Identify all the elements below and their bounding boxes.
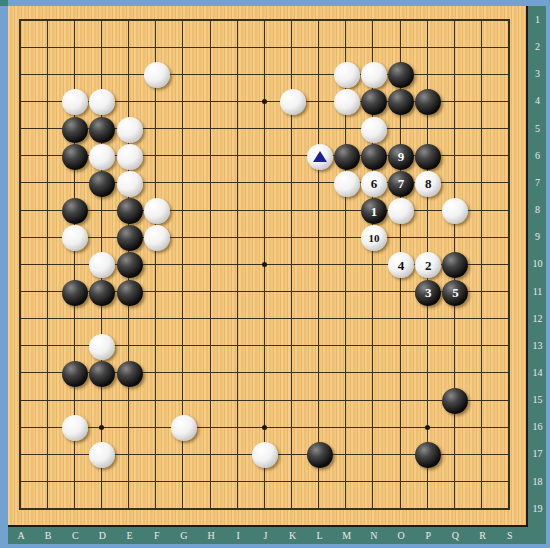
stone-black-N6 bbox=[361, 144, 387, 170]
move-number-8: 8 bbox=[425, 177, 432, 190]
stone-white-D6 bbox=[89, 144, 115, 170]
stone-black-L17 bbox=[307, 442, 333, 468]
stone-white-C4 bbox=[62, 89, 88, 115]
stone-black-N8: 1 bbox=[361, 198, 387, 224]
stone-black-E9 bbox=[117, 225, 143, 251]
grid-line-vertical bbox=[508, 19, 510, 510]
stone-white-P10: 2 bbox=[415, 252, 441, 278]
stone-black-P11: 3 bbox=[415, 280, 441, 306]
stone-white-D17 bbox=[89, 442, 115, 468]
grid-line-horizontal bbox=[19, 508, 510, 510]
stone-black-P17 bbox=[415, 442, 441, 468]
move-number-2: 2 bbox=[425, 259, 432, 272]
goban[interactable]: 96781104235 bbox=[8, 6, 528, 527]
board-panel: 96781104235 bbox=[8, 6, 546, 544]
stone-white-C16 bbox=[62, 415, 88, 441]
stone-black-N4 bbox=[361, 89, 387, 115]
stone-black-D7 bbox=[89, 171, 115, 197]
stone-white-E7 bbox=[117, 171, 143, 197]
corner-chip bbox=[0, 0, 8, 6]
stone-black-P6 bbox=[415, 144, 441, 170]
stone-white-M3 bbox=[334, 62, 360, 88]
stone-white-O10: 4 bbox=[388, 252, 414, 278]
move-number-7: 7 bbox=[398, 177, 405, 190]
stone-white-J17 bbox=[252, 442, 278, 468]
stone-black-Q11: 5 bbox=[442, 280, 468, 306]
stone-black-O7: 7 bbox=[388, 171, 414, 197]
stone-white-E5 bbox=[117, 117, 143, 143]
app-window: 96781104235 ABCDEFGHIJKLMNOPQRS123456789… bbox=[0, 0, 550, 548]
stone-white-D10 bbox=[89, 252, 115, 278]
stone-black-C6 bbox=[62, 144, 88, 170]
stone-white-O8 bbox=[388, 198, 414, 224]
grid-line-vertical bbox=[481, 19, 482, 510]
stone-white-E6 bbox=[117, 144, 143, 170]
star-point-J16 bbox=[262, 425, 267, 430]
stone-black-M6 bbox=[334, 144, 360, 170]
stone-black-C11 bbox=[62, 280, 88, 306]
star-point-P16 bbox=[425, 425, 430, 430]
stone-black-E14 bbox=[117, 361, 143, 387]
triangle-mark-icon bbox=[313, 151, 327, 162]
stone-black-E10 bbox=[117, 252, 143, 278]
grid-line-vertical bbox=[318, 19, 319, 510]
move-number-9: 9 bbox=[398, 150, 405, 163]
grid-line-horizontal bbox=[19, 318, 510, 319]
move-number-10: 10 bbox=[368, 233, 379, 244]
star-point-J4 bbox=[262, 99, 267, 104]
stone-black-E11 bbox=[117, 280, 143, 306]
stone-white-D4 bbox=[89, 89, 115, 115]
stone-white-G16 bbox=[171, 415, 197, 441]
stone-black-C14 bbox=[62, 361, 88, 387]
stone-white-F3 bbox=[144, 62, 170, 88]
stone-black-P4 bbox=[415, 89, 441, 115]
stone-white-M4 bbox=[334, 89, 360, 115]
stone-white-N7: 6 bbox=[361, 171, 387, 197]
move-number-6: 6 bbox=[371, 177, 378, 190]
stone-black-Q15 bbox=[442, 388, 468, 414]
stone-white-P7: 8 bbox=[415, 171, 441, 197]
stone-white-F9 bbox=[144, 225, 170, 251]
stone-white-Q8 bbox=[442, 198, 468, 224]
stone-black-E8 bbox=[117, 198, 143, 224]
stone-white-N5 bbox=[361, 117, 387, 143]
stone-white-C9 bbox=[62, 225, 88, 251]
stone-black-D5 bbox=[89, 117, 115, 143]
stone-black-O3 bbox=[388, 62, 414, 88]
stone-black-C8 bbox=[62, 198, 88, 224]
stone-black-O6: 9 bbox=[388, 144, 414, 170]
move-number-4: 4 bbox=[398, 259, 405, 272]
stone-black-Q10 bbox=[442, 252, 468, 278]
stone-black-O4 bbox=[388, 89, 414, 115]
move-number-5: 5 bbox=[452, 286, 459, 299]
grid-line-horizontal bbox=[19, 400, 510, 401]
stone-white-M7 bbox=[334, 171, 360, 197]
move-number-1: 1 bbox=[371, 205, 378, 218]
stone-white-N9: 10 bbox=[361, 225, 387, 251]
move-number-3: 3 bbox=[425, 286, 432, 299]
stone-black-D14 bbox=[89, 361, 115, 387]
stone-black-D11 bbox=[89, 280, 115, 306]
stone-black-C5 bbox=[62, 117, 88, 143]
grid-line-horizontal bbox=[19, 481, 510, 482]
star-point-J10 bbox=[262, 262, 267, 267]
stone-white-F8 bbox=[144, 198, 170, 224]
stone-white-K4 bbox=[280, 89, 306, 115]
stone-white-L6 bbox=[307, 144, 333, 170]
stone-white-N3 bbox=[361, 62, 387, 88]
stone-white-D13 bbox=[89, 334, 115, 360]
star-point-D16 bbox=[99, 425, 104, 430]
